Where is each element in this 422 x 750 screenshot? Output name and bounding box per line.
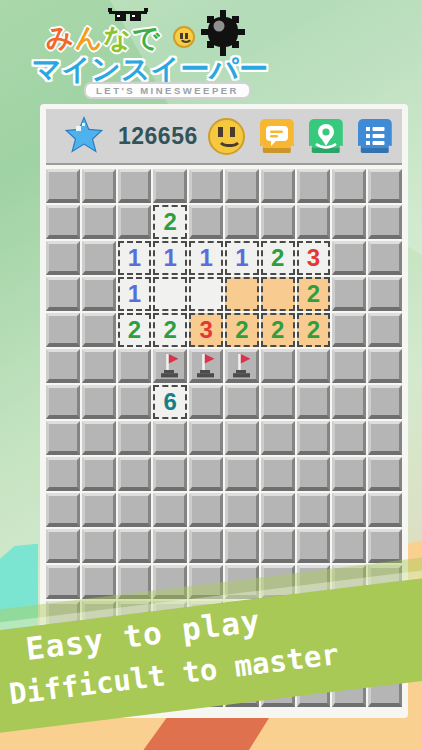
cell-r9c3[interactable] (153, 493, 187, 527)
score-bar: 126656 (46, 109, 402, 165)
chat-bubble-icon (260, 119, 294, 153)
cell-r6c7[interactable] (297, 385, 331, 419)
cell-r10c7[interactable] (297, 529, 331, 563)
cell-r10c8[interactable] (332, 529, 366, 563)
cell-r9c9[interactable] (368, 493, 402, 527)
app-subtitle-badge: LET'S MINESWEEPER (84, 82, 251, 99)
cell-r3c0[interactable] (46, 277, 80, 311)
cell-r3c2[interactable]: 1 (118, 277, 152, 311)
cell-r2c3[interactable]: 1 (153, 241, 187, 275)
cell-r10c5[interactable] (225, 529, 259, 563)
cell-r10c9[interactable] (368, 529, 402, 563)
cell-r7c5[interactable] (225, 421, 259, 455)
cell-r0c4[interactable] (189, 169, 223, 203)
cell-r4c0[interactable] (46, 313, 80, 347)
cell-r3c5[interactable] (225, 277, 259, 311)
cell-r8c9[interactable] (368, 457, 402, 491)
cell-r11c1[interactable] (82, 565, 116, 599)
cell-r1c1[interactable] (82, 205, 116, 239)
cell-r3c4[interactable] (189, 277, 223, 311)
cell-r9c6[interactable] (261, 493, 295, 527)
cell-r9c5[interactable] (225, 493, 259, 527)
cell-r5c4[interactable] (189, 349, 223, 383)
cell-r4c6[interactable]: 2 (261, 313, 295, 347)
cell-r1c0[interactable] (46, 205, 80, 239)
smiley-button[interactable] (208, 118, 245, 155)
cell-r0c0[interactable] (46, 169, 80, 203)
cell-r7c0[interactable] (46, 421, 80, 455)
title-char: み (46, 23, 75, 53)
cell-r4c7[interactable]: 2 (297, 313, 331, 347)
cell-r4c5[interactable]: 2 (225, 313, 259, 347)
cell-r7c8[interactable] (332, 421, 366, 455)
cell-r1c4[interactable] (189, 205, 223, 239)
cell-r3c1[interactable] (82, 277, 116, 311)
cell-r6c4[interactable] (189, 385, 223, 419)
cell-r6c2[interactable] (118, 385, 152, 419)
cell-r0c7[interactable] (297, 169, 331, 203)
star-icon (64, 116, 104, 156)
cell-r8c6[interactable] (261, 457, 295, 491)
cell-r2c6[interactable]: 2 (261, 241, 295, 275)
cell-r10c2[interactable] (118, 529, 152, 563)
cell-r9c1[interactable] (82, 493, 116, 527)
cell-r8c2[interactable] (118, 457, 152, 491)
cell-r2c2[interactable]: 1 (118, 241, 152, 275)
cell-r9c4[interactable] (189, 493, 223, 527)
cell-r10c6[interactable] (261, 529, 295, 563)
title-char: な (103, 23, 132, 53)
cell-r10c3[interactable] (153, 529, 187, 563)
cell-r5c3[interactable] (153, 349, 187, 383)
cell-r7c7[interactable] (297, 421, 331, 455)
smiley-icon (163, 26, 195, 48)
cell-r8c0[interactable] (46, 457, 80, 491)
cell-r1c9[interactable] (368, 205, 402, 239)
cell-r10c0[interactable] (46, 529, 80, 563)
cell-r8c4[interactable] (189, 457, 223, 491)
cell-r3c8[interactable] (332, 277, 366, 311)
cell-r8c7[interactable] (297, 457, 331, 491)
cell-r10c1[interactable] (82, 529, 116, 563)
list-icon (358, 119, 392, 153)
cell-r0c3[interactable] (153, 169, 187, 203)
cell-r1c7[interactable] (297, 205, 331, 239)
cell-r0c2[interactable] (118, 169, 152, 203)
title-char: ん (75, 23, 104, 53)
cell-r8c8[interactable] (332, 457, 366, 491)
cell-r3c9[interactable] (368, 277, 402, 311)
cell-r2c1[interactable] (82, 241, 116, 275)
cell-r7c3[interactable] (153, 421, 187, 455)
cell-r0c1[interactable] (82, 169, 116, 203)
cell-r4c1[interactable] (82, 313, 116, 347)
cell-r6c9[interactable] (368, 385, 402, 419)
cell-r5c6[interactable] (261, 349, 295, 383)
cell-r1c8[interactable] (332, 205, 366, 239)
cell-r1c3[interactable]: 2 (153, 205, 187, 239)
cell-r8c3[interactable] (153, 457, 187, 491)
cell-r0c6[interactable] (261, 169, 295, 203)
cell-r6c0[interactable] (46, 385, 80, 419)
location-pin-icon (309, 119, 343, 153)
cell-r4c2[interactable]: 2 (118, 313, 152, 347)
cell-r6c1[interactable] (82, 385, 116, 419)
cell-r9c7[interactable] (297, 493, 331, 527)
cell-r5c0[interactable] (46, 349, 80, 383)
cell-r7c2[interactable] (118, 421, 152, 455)
cell-r6c3[interactable]: 6 (153, 385, 187, 419)
cell-r2c8[interactable] (332, 241, 366, 275)
cell-r6c5[interactable] (225, 385, 259, 419)
cell-r1c2[interactable] (118, 205, 152, 239)
title-char: で (132, 23, 161, 53)
chat-button[interactable] (260, 119, 294, 153)
list-button[interactable] (358, 119, 392, 153)
app-logo: みんなで マインスイーパー LET'S MINESWEEPER (0, 0, 422, 102)
cell-r2c4[interactable]: 1 (189, 241, 223, 275)
cell-r5c2[interactable] (118, 349, 152, 383)
cell-r5c8[interactable] (332, 349, 366, 383)
cell-r5c5[interactable] (225, 349, 259, 383)
cell-r2c7[interactable]: 3 (297, 241, 331, 275)
cell-r2c0[interactable] (46, 241, 80, 275)
cell-r7c9[interactable] (368, 421, 402, 455)
cell-r6c8[interactable] (332, 385, 366, 419)
flag-icon (159, 352, 181, 379)
cell-r10c4[interactable] (189, 529, 223, 563)
cell-r5c9[interactable] (368, 349, 402, 383)
cell-r0c5[interactable] (225, 169, 259, 203)
cell-r0c8[interactable] (332, 169, 366, 203)
cell-r2c5[interactable]: 1 (225, 241, 259, 275)
cell-r3c7[interactable]: 2 (297, 277, 331, 311)
cell-r7c4[interactable] (189, 421, 223, 455)
cell-r1c6[interactable] (261, 205, 295, 239)
cell-r7c1[interactable] (82, 421, 116, 455)
location-button[interactable] (309, 119, 343, 153)
flag-icon (231, 352, 253, 379)
cell-r6c6[interactable] (261, 385, 295, 419)
flag-icon (195, 352, 217, 379)
cell-r4c3[interactable]: 2 (153, 313, 187, 347)
cell-r0c9[interactable] (368, 169, 402, 203)
cell-r4c8[interactable] (332, 313, 366, 347)
cell-r4c9[interactable] (368, 313, 402, 347)
cell-r5c1[interactable] (82, 349, 116, 383)
cell-r3c3[interactable] (153, 277, 187, 311)
cell-r11c0[interactable] (46, 565, 80, 599)
cell-r8c5[interactable] (225, 457, 259, 491)
cell-r9c8[interactable] (332, 493, 366, 527)
cell-r3c6[interactable] (261, 277, 295, 311)
cell-r2c9[interactable] (368, 241, 402, 275)
cell-r8c1[interactable] (82, 457, 116, 491)
cell-r7c6[interactable] (261, 421, 295, 455)
cell-r4c4[interactable]: 3 (189, 313, 223, 347)
cell-r9c0[interactable] (46, 493, 80, 527)
score-value: 126656 (118, 123, 198, 150)
cell-r1c5[interactable] (225, 205, 259, 239)
cell-r5c7[interactable] (297, 349, 331, 383)
cell-r9c2[interactable] (118, 493, 152, 527)
